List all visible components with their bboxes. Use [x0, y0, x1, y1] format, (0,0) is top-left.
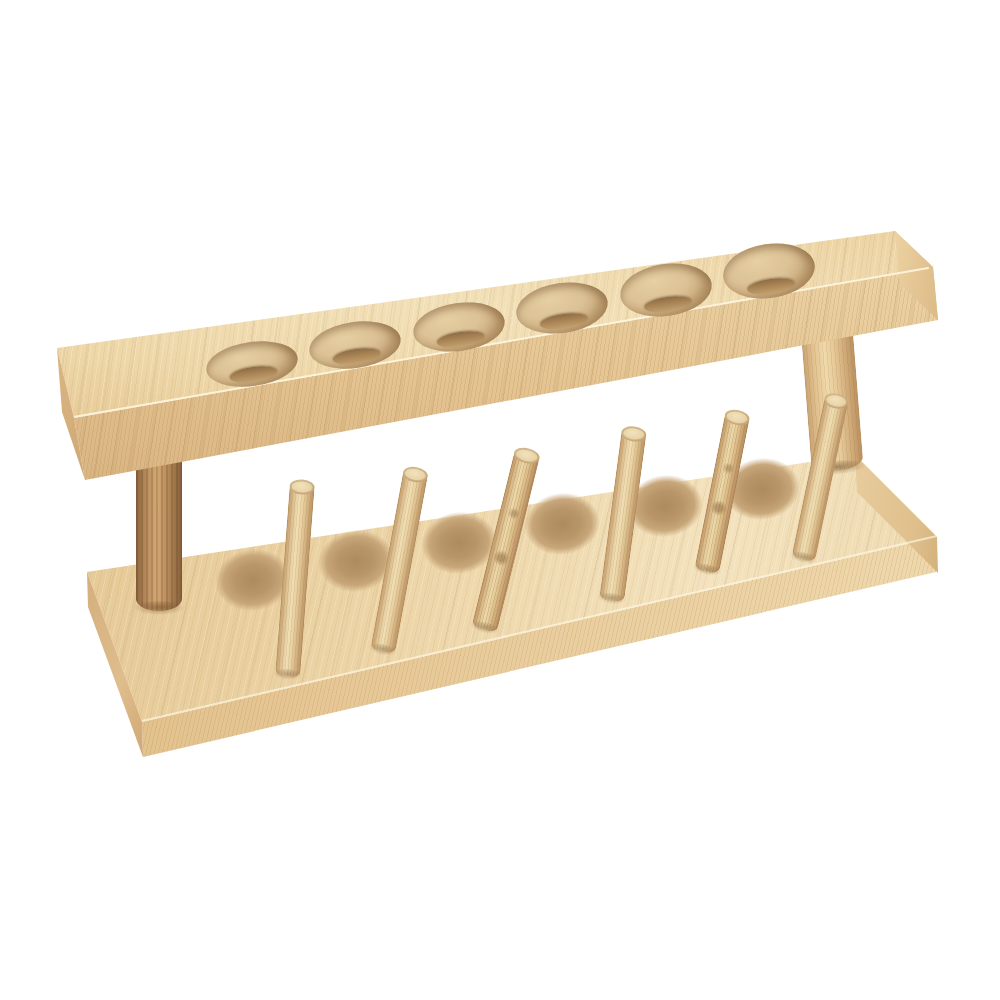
peg-end-grain-top-5 — [723, 408, 750, 428]
peg-contact-shadow-5 — [691, 561, 722, 577]
peg-contact-shadow-4 — [596, 591, 626, 606]
peg-end-grain-top-4 — [620, 425, 647, 443]
tube-hole-bore-2 — [306, 316, 404, 374]
left-post-contact-shadow — [134, 601, 184, 615]
tube-hole-6 — [720, 238, 819, 304]
tube-hole-4 — [513, 277, 611, 339]
peg-contact-shadow-2 — [367, 641, 398, 657]
tube-hole-3 — [410, 297, 508, 357]
product-photo-white-background — [0, 0, 1000, 1000]
peg-end-grain-top-3 — [512, 445, 541, 466]
tube-hole-2 — [306, 316, 404, 374]
peg-contact-shadow-1 — [272, 668, 302, 681]
base-board-left-end — [87, 572, 143, 757]
drying-peg-6 — [791, 393, 849, 562]
tube-hole-bore-1 — [203, 336, 300, 392]
tube-hole-1 — [203, 336, 300, 392]
tube-hole-bore-3 — [410, 297, 508, 357]
peg-end-grain-top-2 — [401, 465, 428, 484]
base-board-right-end — [855, 455, 938, 573]
tube-hole-bore-5 — [617, 258, 715, 322]
top-rail-right-end — [895, 231, 938, 320]
tube-hole-bore-4 — [513, 277, 611, 339]
base-recess-4 — [520, 488, 604, 560]
peg-end-grain-top-1 — [289, 479, 315, 496]
peg-contact-shadow-3 — [469, 619, 501, 637]
left-support-post — [136, 455, 182, 611]
tube-hole-5 — [617, 258, 715, 322]
